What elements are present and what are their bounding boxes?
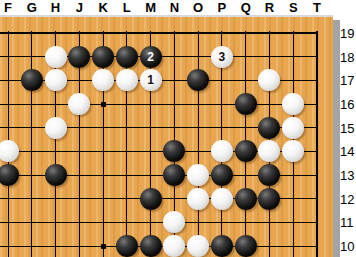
black-stone-J18 (68, 46, 90, 68)
intersection-H11[interactable] (44, 210, 68, 234)
intersection-K11[interactable] (91, 210, 115, 234)
move-number-2: 2 (147, 51, 154, 63)
intersection-K15[interactable] (91, 116, 115, 140)
intersection-H17[interactable] (44, 68, 68, 92)
column-label-N: N (164, 0, 184, 15)
white-stone-O10 (187, 235, 209, 257)
intersection-N12[interactable] (162, 187, 186, 211)
white-stone-O13 (187, 164, 209, 186)
column-label-R: R (259, 0, 279, 15)
intersection-L11[interactable] (115, 210, 139, 234)
intersection-P17[interactable] (210, 68, 234, 92)
intersection-M15[interactable] (139, 116, 163, 140)
intersection-N17[interactable] (162, 68, 186, 92)
black-stone-Q16 (235, 93, 257, 115)
move-number-1: 1 (147, 74, 154, 86)
intersection-H10[interactable] (44, 234, 68, 257)
intersection-N13[interactable] (162, 163, 186, 187)
intersection-S11[interactable] (281, 210, 305, 234)
black-stone-R15 (258, 117, 280, 139)
row-label-12: 12 (340, 192, 356, 208)
white-stone-K17 (92, 69, 114, 91)
black-stone-L18 (116, 46, 138, 68)
board-grid: 231 (0, 21, 329, 257)
move-number-3: 3 (219, 51, 226, 63)
intersection-N19[interactable] (162, 21, 186, 45)
intersection-K14[interactable] (91, 139, 115, 163)
intersection-R19[interactable] (258, 21, 282, 45)
intersection-S15[interactable] (281, 116, 305, 140)
white-stone-N11 (163, 211, 185, 233)
intersection-G10[interactable] (20, 234, 44, 257)
intersection-N15[interactable] (162, 116, 186, 140)
column-label-F: F (0, 0, 18, 15)
row-label-10: 10 (340, 239, 356, 255)
intersection-Q17[interactable] (234, 68, 258, 92)
white-stone-S16 (282, 93, 304, 115)
black-stone-O17 (187, 69, 209, 91)
black-stone-M10 (140, 235, 162, 257)
column-label-J: J (69, 0, 89, 15)
intersection-J14[interactable] (67, 139, 91, 163)
column-label-Q: Q (236, 0, 256, 15)
intersection-G16[interactable] (20, 92, 44, 116)
black-stone-F13 (0, 164, 19, 186)
white-stone-H15 (45, 117, 67, 139)
intersection-L13[interactable] (115, 163, 139, 187)
intersection-L12[interactable] (115, 187, 139, 211)
intersection-Q19[interactable] (234, 21, 258, 45)
intersection-N16[interactable] (162, 92, 186, 116)
intersection-Q12[interactable] (234, 187, 258, 211)
intersection-F11[interactable] (0, 210, 20, 234)
intersection-G11[interactable] (20, 210, 44, 234)
intersection-J15[interactable] (67, 116, 91, 140)
row-label-11: 11 (340, 215, 356, 231)
intersection-R17[interactable] (258, 68, 282, 92)
intersection-F13[interactable] (0, 163, 20, 187)
intersection-P15[interactable] (210, 116, 234, 140)
black-stone-M12 (140, 188, 162, 210)
intersection-K12[interactable] (91, 187, 115, 211)
white-stone-M17: 1 (140, 69, 162, 91)
intersection-H12[interactable] (44, 187, 68, 211)
white-stone-P14 (211, 140, 233, 162)
intersection-G15[interactable] (20, 116, 44, 140)
intersection-P16[interactable] (210, 92, 234, 116)
white-stone-H18 (45, 46, 67, 68)
row-label-16: 16 (340, 97, 356, 113)
intersection-O13[interactable] (186, 163, 210, 187)
intersection-S14[interactable] (281, 139, 305, 163)
intersection-M16[interactable] (139, 92, 163, 116)
intersection-F16[interactable] (0, 92, 20, 116)
intersection-T18[interactable] (305, 45, 329, 69)
intersection-Q10[interactable] (234, 234, 258, 257)
intersection-K19[interactable] (91, 21, 115, 45)
intersection-F12[interactable] (0, 187, 20, 211)
intersection-Q13[interactable] (234, 163, 258, 187)
intersection-R15[interactable] (258, 116, 282, 140)
intersection-T14[interactable] (305, 139, 329, 163)
black-stone-M18: 2 (140, 46, 162, 68)
intersection-L19[interactable] (115, 21, 139, 45)
black-stone-H13 (45, 164, 67, 186)
intersection-F14[interactable] (0, 139, 20, 163)
intersection-Q15[interactable] (234, 116, 258, 140)
intersection-M12[interactable] (139, 187, 163, 211)
intersection-J18[interactable] (67, 45, 91, 69)
row-label-19: 19 (340, 26, 356, 42)
intersection-H16[interactable] (44, 92, 68, 116)
intersection-P19[interactable] (210, 21, 234, 45)
go-app-window: FGHJKLMNOPQRST 231 19181716151413121110 (0, 0, 356, 257)
intersection-J19[interactable] (67, 21, 91, 45)
intersection-G19[interactable] (20, 21, 44, 45)
intersection-O16[interactable] (186, 92, 210, 116)
black-stone-N13 (163, 164, 185, 186)
intersection-S18[interactable] (281, 45, 305, 69)
intersection-O15[interactable] (186, 116, 210, 140)
intersection-K16[interactable] (91, 92, 115, 116)
column-label-K: K (93, 0, 113, 15)
intersection-O17[interactable] (186, 68, 210, 92)
white-stone-P18: 3 (211, 46, 233, 68)
black-stone-P10 (211, 235, 233, 257)
intersection-S13[interactable] (281, 163, 305, 187)
intersection-K10[interactable] (91, 234, 115, 257)
intersection-G13[interactable] (20, 163, 44, 187)
intersection-M10[interactable] (139, 234, 163, 257)
intersection-N18[interactable] (162, 45, 186, 69)
white-stone-S15 (282, 117, 304, 139)
black-stone-R12 (258, 188, 280, 210)
intersection-Q14[interactable] (234, 139, 258, 163)
intersection-S16[interactable] (281, 92, 305, 116)
white-stone-F14 (0, 140, 19, 162)
intersection-R13[interactable] (258, 163, 282, 187)
white-stone-J16 (68, 93, 90, 115)
column-label-G: G (22, 0, 42, 15)
intersection-L15[interactable] (115, 116, 139, 140)
intersection-R12[interactable] (258, 187, 282, 211)
intersection-P18[interactable]: 3 (210, 45, 234, 69)
intersection-M17[interactable]: 1 (139, 68, 163, 92)
intersection-Q16[interactable] (234, 92, 258, 116)
intersection-S17[interactable] (281, 68, 305, 92)
black-stone-K18 (92, 46, 114, 68)
intersection-O19[interactable] (186, 21, 210, 45)
intersection-J17[interactable] (67, 68, 91, 92)
intersection-Q11[interactable] (234, 210, 258, 234)
intersection-K17[interactable] (91, 68, 115, 92)
intersection-G17[interactable] (20, 68, 44, 92)
white-stone-L17 (116, 69, 138, 91)
white-stone-R14 (258, 140, 280, 162)
intersection-L18[interactable] (115, 45, 139, 69)
intersection-R16[interactable] (258, 92, 282, 116)
intersection-T11[interactable] (305, 210, 329, 234)
intersection-H14[interactable] (44, 139, 68, 163)
column-label-P: P (212, 0, 232, 15)
black-stone-Q14 (235, 140, 257, 162)
intersection-S12[interactable] (281, 187, 305, 211)
intersection-F15[interactable] (0, 116, 20, 140)
intersection-P10[interactable] (210, 234, 234, 257)
intersection-G12[interactable] (20, 187, 44, 211)
intersection-J10[interactable] (67, 234, 91, 257)
row-label-15: 15 (340, 121, 356, 137)
column-label-O: O (188, 0, 208, 15)
intersection-G14[interactable] (20, 139, 44, 163)
intersection-T17[interactable] (305, 68, 329, 92)
white-stone-H17 (45, 69, 67, 91)
intersection-R10[interactable] (258, 234, 282, 257)
black-stone-R13 (258, 164, 280, 186)
intersection-O10[interactable] (186, 234, 210, 257)
intersection-F19[interactable] (0, 21, 20, 45)
intersection-H19[interactable] (44, 21, 68, 45)
white-stone-N10 (163, 235, 185, 257)
intersection-R14[interactable] (258, 139, 282, 163)
column-label-H: H (46, 0, 66, 15)
intersection-S10[interactable] (281, 234, 305, 257)
intersection-M14[interactable] (139, 139, 163, 163)
intersection-M19[interactable] (139, 21, 163, 45)
intersection-K13[interactable] (91, 163, 115, 187)
intersection-L10[interactable] (115, 234, 139, 257)
intersection-H13[interactable] (44, 163, 68, 187)
intersection-T16[interactable] (305, 92, 329, 116)
intersection-T10[interactable] (305, 234, 329, 257)
row-label-14: 14 (340, 144, 356, 160)
intersection-M13[interactable] (139, 163, 163, 187)
row-label-18: 18 (340, 50, 356, 66)
board-shadow (333, 20, 340, 257)
intersection-F18[interactable] (0, 45, 20, 69)
intersection-S19[interactable] (281, 21, 305, 45)
intersection-T15[interactable] (305, 116, 329, 140)
intersection-J16[interactable] (67, 92, 91, 116)
intersection-R11[interactable] (258, 210, 282, 234)
white-stone-S14 (282, 140, 304, 162)
intersection-N10[interactable] (162, 234, 186, 257)
intersection-T13[interactable] (305, 163, 329, 187)
black-stone-N14 (163, 140, 185, 162)
intersection-P13[interactable] (210, 163, 234, 187)
black-stone-Q12 (235, 188, 257, 210)
intersection-K18[interactable] (91, 45, 115, 69)
intersection-T19[interactable] (305, 21, 329, 45)
black-stone-Q10 (235, 235, 257, 257)
go-board: 231 (0, 15, 333, 257)
white-stone-P12 (211, 188, 233, 210)
column-label-L: L (117, 0, 137, 15)
white-stone-O12 (187, 188, 209, 210)
intersection-P12[interactable] (210, 187, 234, 211)
intersection-P14[interactable] (210, 139, 234, 163)
column-label-T: T (307, 0, 327, 15)
intersection-J12[interactable] (67, 187, 91, 211)
intersection-H18[interactable] (44, 45, 68, 69)
intersection-N11[interactable] (162, 210, 186, 234)
row-label-17: 17 (340, 73, 356, 89)
intersection-G18[interactable] (20, 45, 44, 69)
intersection-Q18[interactable] (234, 45, 258, 69)
intersection-M18[interactable]: 2 (139, 45, 163, 69)
intersection-P11[interactable] (210, 210, 234, 234)
intersection-M11[interactable] (139, 210, 163, 234)
intersection-F10[interactable] (0, 234, 20, 257)
intersection-J11[interactable] (67, 210, 91, 234)
column-label-S: S (283, 0, 303, 15)
intersection-O14[interactable] (186, 139, 210, 163)
intersection-L17[interactable] (115, 68, 139, 92)
intersection-T12[interactable] (305, 187, 329, 211)
black-stone-L10 (116, 235, 138, 257)
intersection-O11[interactable] (186, 210, 210, 234)
intersection-N14[interactable] (162, 139, 186, 163)
row-label-13: 13 (340, 168, 356, 184)
intersection-O18[interactable] (186, 45, 210, 69)
white-stone-R17 (258, 69, 280, 91)
intersection-J13[interactable] (67, 163, 91, 187)
black-stone-P13 (211, 164, 233, 186)
intersection-H15[interactable] (44, 116, 68, 140)
intersection-F17[interactable] (0, 68, 20, 92)
column-label-M: M (141, 0, 161, 15)
black-stone-G17 (21, 69, 43, 91)
intersection-L14[interactable] (115, 139, 139, 163)
intersection-O12[interactable] (186, 187, 210, 211)
intersection-R18[interactable] (258, 45, 282, 69)
intersection-L16[interactable] (115, 92, 139, 116)
